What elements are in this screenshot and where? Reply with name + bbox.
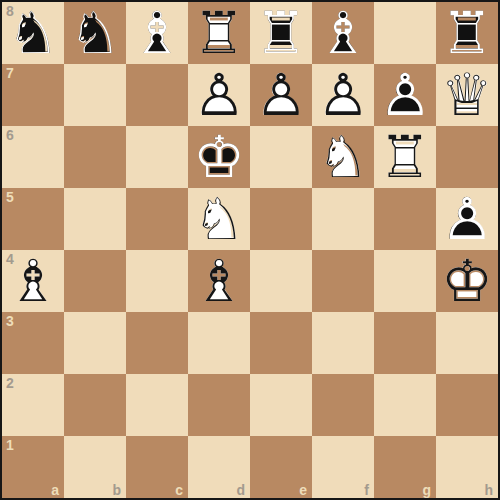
white-queen-outline-glyph: ♕ [436, 64, 498, 126]
square-e1[interactable]: e [250, 436, 312, 498]
square-h3[interactable] [436, 312, 498, 374]
square-d2[interactable] [188, 374, 250, 436]
square-a7[interactable]: 7 [2, 64, 64, 126]
white-bishop-outline-glyph: ♗ [2, 250, 64, 312]
square-g2[interactable] [374, 374, 436, 436]
white-knight-outline-glyph: ♘ [312, 126, 374, 188]
file-label-c: c [175, 482, 183, 498]
square-d5[interactable]: ♞♘ [188, 188, 250, 250]
black-bishop-outline-glyph: ♗ [312, 2, 374, 64]
square-f3[interactable] [312, 312, 374, 374]
square-a1[interactable]: 1a [2, 436, 64, 498]
square-h7[interactable]: ♛♕ [436, 64, 498, 126]
piece-white-rook[interactable]: ♜♖ [374, 126, 436, 188]
square-g5[interactable] [374, 188, 436, 250]
file-label-b: b [112, 482, 121, 498]
square-d3[interactable] [188, 312, 250, 374]
piece-black-knight[interactable]: ♞♘ [2, 2, 64, 64]
chess-board: 8♞♘♞♘♝♗♜♖♜♖♝♗♜♖7♟♙♟♙♟♙♟♙♛♕6♚♔♞♘♜♖5♞♘♟♙4♝… [0, 0, 500, 500]
square-h2[interactable] [436, 374, 498, 436]
file-label-e: e [299, 482, 307, 498]
piece-black-rook[interactable]: ♜♖ [436, 2, 498, 64]
square-f8[interactable]: ♝♗ [312, 2, 374, 64]
square-f7[interactable]: ♟♙ [312, 64, 374, 126]
square-c7[interactable] [126, 64, 188, 126]
square-b2[interactable] [64, 374, 126, 436]
square-e6[interactable] [250, 126, 312, 188]
piece-black-knight[interactable]: ♞♘ [64, 2, 126, 64]
piece-white-pawn[interactable]: ♟♙ [188, 64, 250, 126]
piece-black-pawn[interactable]: ♟♙ [374, 64, 436, 126]
black-pawn-outline-glyph: ♙ [436, 188, 498, 250]
square-a5[interactable]: 5 [2, 188, 64, 250]
piece-white-bishop[interactable]: ♝♗ [188, 250, 250, 312]
square-c8[interactable]: ♝♗ [126, 2, 188, 64]
square-d4[interactable]: ♝♗ [188, 250, 250, 312]
square-b7[interactable] [64, 64, 126, 126]
square-g7[interactable]: ♟♙ [374, 64, 436, 126]
piece-white-bishop[interactable]: ♝♗ [2, 250, 64, 312]
piece-black-bishop[interactable]: ♝♗ [312, 2, 374, 64]
piece-black-bishop[interactable]: ♝♗ [126, 2, 188, 64]
rank-label-1: 1 [6, 437, 14, 453]
square-b1[interactable]: b [64, 436, 126, 498]
square-d8[interactable]: ♜♖ [188, 2, 250, 64]
rank-label-3: 3 [6, 313, 14, 329]
square-f4[interactable] [312, 250, 374, 312]
piece-white-king[interactable]: ♚♔ [436, 250, 498, 312]
square-a6[interactable]: 6 [2, 126, 64, 188]
piece-black-king[interactable]: ♚♔ [188, 126, 250, 188]
square-e7[interactable]: ♟♙ [250, 64, 312, 126]
square-c1[interactable]: c [126, 436, 188, 498]
square-b6[interactable] [64, 126, 126, 188]
piece-black-pawn[interactable]: ♟♙ [436, 188, 498, 250]
square-f5[interactable] [312, 188, 374, 250]
square-d6[interactable]: ♚♔ [188, 126, 250, 188]
piece-white-queen[interactable]: ♛♕ [436, 64, 498, 126]
square-b5[interactable] [64, 188, 126, 250]
square-g8[interactable] [374, 2, 436, 64]
square-a3[interactable]: 3 [2, 312, 64, 374]
piece-black-rook[interactable]: ♜♖ [250, 2, 312, 64]
white-knight-outline-glyph: ♘ [188, 188, 250, 250]
black-knight-outline-glyph: ♘ [64, 2, 126, 64]
piece-white-pawn[interactable]: ♟♙ [312, 64, 374, 126]
square-c2[interactable] [126, 374, 188, 436]
square-e8[interactable]: ♜♖ [250, 2, 312, 64]
piece-white-knight[interactable]: ♞♘ [188, 188, 250, 250]
white-pawn-outline-glyph: ♙ [188, 64, 250, 126]
square-g1[interactable]: g [374, 436, 436, 498]
piece-white-rook[interactable]: ♜♖ [188, 2, 250, 64]
file-label-a: a [51, 482, 59, 498]
square-h8[interactable]: ♜♖ [436, 2, 498, 64]
square-d7[interactable]: ♟♙ [188, 64, 250, 126]
square-e3[interactable] [250, 312, 312, 374]
rank-label-5: 5 [6, 189, 14, 205]
white-pawn-outline-glyph: ♙ [312, 64, 374, 126]
black-bishop-outline-glyph: ♗ [126, 2, 188, 64]
white-bishop-outline-glyph: ♗ [188, 250, 250, 312]
square-a8[interactable]: 8♞♘ [2, 2, 64, 64]
square-h1[interactable]: h [436, 436, 498, 498]
square-g6[interactable]: ♜♖ [374, 126, 436, 188]
square-c6[interactable] [126, 126, 188, 188]
square-h5[interactable]: ♟♙ [436, 188, 498, 250]
black-pawn-outline-glyph: ♙ [374, 64, 436, 126]
file-label-h: h [484, 482, 493, 498]
rank-label-7: 7 [6, 65, 14, 81]
file-label-d: d [236, 482, 245, 498]
piece-white-knight[interactable]: ♞♘ [312, 126, 374, 188]
rank-label-2: 2 [6, 375, 14, 391]
square-f6[interactable]: ♞♘ [312, 126, 374, 188]
square-a4[interactable]: 4♝♗ [2, 250, 64, 312]
white-king-outline-glyph: ♔ [436, 250, 498, 312]
rank-label-6: 6 [6, 127, 14, 143]
square-b3[interactable] [64, 312, 126, 374]
square-c3[interactable] [126, 312, 188, 374]
square-g4[interactable] [374, 250, 436, 312]
square-e2[interactable] [250, 374, 312, 436]
square-a2[interactable]: 2 [2, 374, 64, 436]
piece-white-pawn[interactable]: ♟♙ [250, 64, 312, 126]
square-h4[interactable]: ♚♔ [436, 250, 498, 312]
square-b8[interactable]: ♞♘ [64, 2, 126, 64]
black-rook-outline-glyph: ♖ [436, 2, 498, 64]
square-b4[interactable] [64, 250, 126, 312]
square-e5[interactable] [250, 188, 312, 250]
white-rook-outline-glyph: ♖ [188, 2, 250, 64]
square-e4[interactable] [250, 250, 312, 312]
square-c4[interactable] [126, 250, 188, 312]
black-king-outline-glyph: ♔ [188, 126, 250, 188]
square-f2[interactable] [312, 374, 374, 436]
file-label-f: f [364, 482, 369, 498]
square-h6[interactable] [436, 126, 498, 188]
white-rook-outline-glyph: ♖ [374, 126, 436, 188]
square-f1[interactable]: f [312, 436, 374, 498]
black-rook-outline-glyph: ♖ [250, 2, 312, 64]
square-g3[interactable] [374, 312, 436, 374]
file-label-g: g [422, 482, 431, 498]
square-d1[interactable]: d [188, 436, 250, 498]
square-c5[interactable] [126, 188, 188, 250]
black-knight-outline-glyph: ♘ [2, 2, 64, 64]
white-pawn-outline-glyph: ♙ [250, 64, 312, 126]
